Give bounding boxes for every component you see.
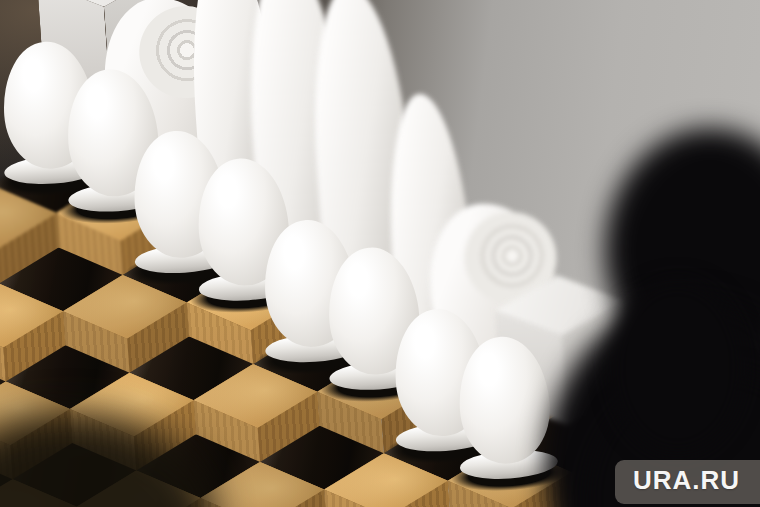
photo-stage: URA.RU <box>0 0 760 507</box>
black-piece-out-of-focus <box>610 280 745 455</box>
watermark: URA.RU <box>615 460 760 504</box>
pawn-egg-body <box>455 334 554 467</box>
white-pawn <box>452 333 558 479</box>
cube-top-face <box>198 458 326 507</box>
